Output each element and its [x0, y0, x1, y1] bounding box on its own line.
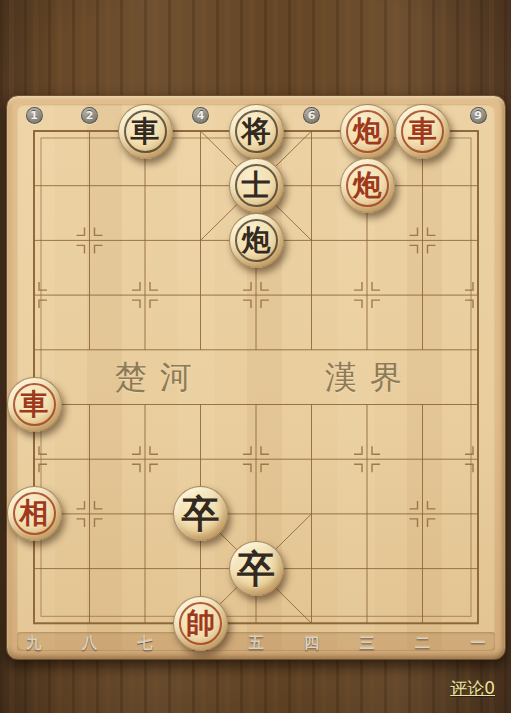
file-number-bottom: 五 [241, 634, 271, 653]
piece-glyph: 炮 [353, 117, 382, 146]
file-number-bottom: 四 [297, 634, 327, 653]
piece-black-cannon[interactable]: 炮 [229, 213, 284, 268]
piece-glyph: 相 [20, 499, 49, 528]
piece-glyph: 炮 [242, 226, 271, 255]
file-number-bottom: 三 [352, 634, 382, 653]
comments-link[interactable]: 评论0 [450, 677, 495, 700]
piece-glyph: 卒 [182, 495, 220, 533]
file-number-top: 6 [303, 107, 320, 124]
file-number-top: 9 [470, 107, 487, 124]
file-number-bottom: 七 [130, 634, 160, 653]
file-number-top: 2 [81, 107, 98, 124]
file-number-bottom: 二 [408, 634, 438, 653]
file-number-top: 4 [192, 107, 209, 124]
piece-glyph: 車 [408, 117, 437, 146]
piece-black-soldier[interactable]: 卒 [173, 486, 228, 541]
river-label-chu: 楚河 [115, 356, 205, 398]
piece-red-chariot[interactable]: 車 [395, 104, 450, 159]
piece-glyph: 帥 [186, 609, 215, 638]
piece-red-chariot[interactable]: 車 [7, 377, 62, 432]
file-number-bottom: 一 [463, 634, 493, 653]
piece-glyph: 車 [131, 117, 160, 146]
file-number-bottom: 九 [19, 634, 49, 653]
piece-black-general[interactable]: 将 [229, 104, 284, 159]
piece-black-soldier[interactable]: 卒 [229, 541, 284, 596]
piece-glyph: 車 [20, 390, 49, 419]
piece-red-cannon[interactable]: 炮 [340, 104, 395, 159]
piece-glyph: 士 [242, 171, 271, 200]
piece-red-cannon[interactable]: 炮 [340, 158, 395, 213]
xiangqi-board: 楚河 漢界 123456789九八七六五四三二一 車将炮車士炮炮車相卒卒帥 [6, 95, 506, 660]
piece-glyph: 卒 [237, 550, 275, 588]
piece-black-chariot[interactable]: 車 [118, 104, 173, 159]
file-number-top: 1 [26, 107, 43, 124]
piece-glyph: 将 [242, 117, 271, 146]
file-number-bottom: 八 [75, 634, 105, 653]
piece-red-general[interactable]: 帥 [173, 596, 228, 651]
piece-red-elephant[interactable]: 相 [7, 486, 62, 541]
app-background: 楚河 漢界 123456789九八七六五四三二一 車将炮車士炮炮車相卒卒帥 评论… [0, 0, 511, 713]
river-label-han: 漢界 [325, 356, 415, 398]
piece-glyph: 炮 [353, 171, 382, 200]
piece-black-advisor[interactable]: 士 [229, 158, 284, 213]
